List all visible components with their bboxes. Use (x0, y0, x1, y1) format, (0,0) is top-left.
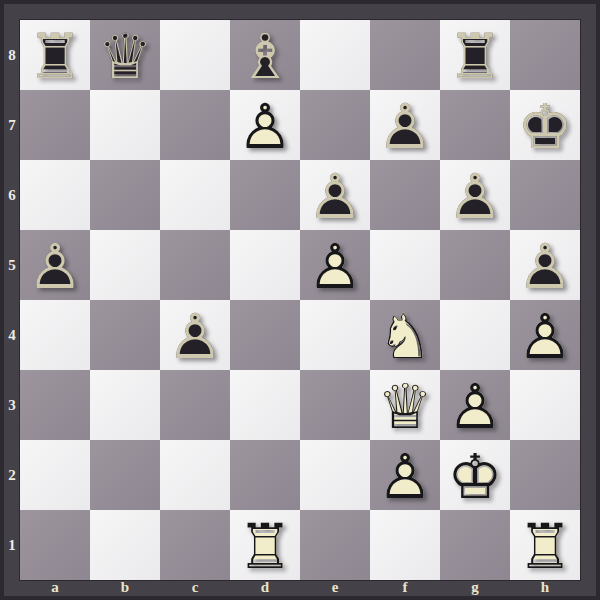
square-a5[interactable]: ♟♙ (20, 230, 90, 300)
square-d4[interactable] (230, 300, 300, 370)
square-d1[interactable]: ♜♖ (230, 510, 300, 580)
black-pawn-outline-glyph: ♙ (20, 230, 90, 300)
square-d3[interactable] (230, 370, 300, 440)
board-squares: ♜♖♛♕♝♗♜♖♟♙♟♙♚♔♟♙♟♙♟♙♟♙♟♙♟♙♞♘♟♙♛♕♟♙♟♙♚♔♜♖… (20, 20, 580, 580)
rank-label-2: 2 (4, 440, 20, 510)
piece-black-pawn-g6[interactable]: ♟♙ (440, 160, 510, 230)
file-label-d: d (230, 580, 300, 596)
square-g8[interactable]: ♜♖ (440, 20, 510, 90)
square-d6[interactable] (230, 160, 300, 230)
piece-white-pawn-h4[interactable]: ♟♙ (510, 300, 580, 370)
piece-black-pawn-h5[interactable]: ♟♙ (510, 230, 580, 300)
square-f4[interactable]: ♞♘ (370, 300, 440, 370)
white-pawn-outline-glyph: ♙ (510, 300, 580, 370)
square-e6[interactable]: ♟♙ (300, 160, 370, 230)
square-g4[interactable] (440, 300, 510, 370)
square-b3[interactable] (90, 370, 160, 440)
square-e3[interactable] (300, 370, 370, 440)
black-pawn-outline-glyph: ♙ (370, 90, 440, 160)
square-c3[interactable] (160, 370, 230, 440)
square-g5[interactable] (440, 230, 510, 300)
piece-white-queen-f3[interactable]: ♛♕ (370, 370, 440, 440)
square-e7[interactable] (300, 90, 370, 160)
white-queen-outline-glyph: ♕ (370, 370, 440, 440)
square-f5[interactable] (370, 230, 440, 300)
square-h6[interactable] (510, 160, 580, 230)
piece-black-king-h7[interactable]: ♚♔ (510, 90, 580, 160)
piece-black-rook-a8[interactable]: ♜♖ (20, 20, 90, 90)
piece-black-queen-b8[interactable]: ♛♕ (90, 20, 160, 90)
square-f3[interactable]: ♛♕ (370, 370, 440, 440)
square-d5[interactable] (230, 230, 300, 300)
square-e5[interactable]: ♟♙ (300, 230, 370, 300)
piece-black-pawn-f7[interactable]: ♟♙ (370, 90, 440, 160)
square-h5[interactable]: ♟♙ (510, 230, 580, 300)
piece-black-pawn-e6[interactable]: ♟♙ (300, 160, 370, 230)
white-rook-outline-glyph: ♖ (510, 510, 580, 580)
white-rook-outline-glyph: ♖ (230, 510, 300, 580)
black-pawn-outline-glyph: ♙ (300, 160, 370, 230)
square-a2[interactable] (20, 440, 90, 510)
file-label-g: g (440, 580, 510, 596)
square-d2[interactable] (230, 440, 300, 510)
black-pawn-outline-glyph: ♙ (160, 300, 230, 370)
white-pawn-outline-glyph: ♙ (300, 230, 370, 300)
square-g2[interactable]: ♚♔ (440, 440, 510, 510)
square-h8[interactable] (510, 20, 580, 90)
square-b7[interactable] (90, 90, 160, 160)
square-h2[interactable] (510, 440, 580, 510)
black-pawn-outline-glyph: ♙ (440, 160, 510, 230)
square-c4[interactable]: ♟♙ (160, 300, 230, 370)
square-h3[interactable] (510, 370, 580, 440)
square-a4[interactable] (20, 300, 90, 370)
file-label-a: a (20, 580, 90, 596)
piece-white-pawn-f2[interactable]: ♟♙ (370, 440, 440, 510)
square-a6[interactable] (20, 160, 90, 230)
square-h4[interactable]: ♟♙ (510, 300, 580, 370)
rank-label-3: 3 (4, 370, 20, 440)
white-pawn-outline-glyph: ♙ (440, 370, 510, 440)
square-g3[interactable]: ♟♙ (440, 370, 510, 440)
square-b4[interactable] (90, 300, 160, 370)
square-c8[interactable] (160, 20, 230, 90)
square-h7[interactable]: ♚♔ (510, 90, 580, 160)
square-b1[interactable] (90, 510, 160, 580)
rank-label-5: 5 (4, 230, 20, 300)
file-label-b: b (90, 580, 160, 596)
piece-black-pawn-c4[interactable]: ♟♙ (160, 300, 230, 370)
chess-board: 87654321 ♜♖♛♕♝♗♜♖♟♙♟♙♚♔♟♙♟♙♟♙♟♙♟♙♟♙♞♘♟♙♛… (0, 0, 600, 600)
file-label-h: h (510, 580, 580, 596)
square-e8[interactable] (300, 20, 370, 90)
square-b2[interactable] (90, 440, 160, 510)
square-d8[interactable]: ♝♗ (230, 20, 300, 90)
piece-white-pawn-e5[interactable]: ♟♙ (300, 230, 370, 300)
square-c7[interactable] (160, 90, 230, 160)
file-label-e: e (300, 580, 370, 596)
piece-white-rook-d1[interactable]: ♜♖ (230, 510, 300, 580)
black-pawn-outline-glyph: ♙ (510, 230, 580, 300)
square-b5[interactable] (90, 230, 160, 300)
file-labels: abcdefgh (20, 580, 580, 596)
rank-label-7: 7 (4, 90, 20, 160)
white-knight-outline-glyph: ♘ (370, 300, 440, 370)
square-f1[interactable] (370, 510, 440, 580)
black-bishop-outline-glyph: ♗ (230, 20, 300, 90)
white-king-outline-glyph: ♔ (440, 440, 510, 510)
piece-white-knight-f4[interactable]: ♞♘ (370, 300, 440, 370)
rank-label-1: 1 (4, 510, 20, 580)
rank-labels: 87654321 (4, 20, 20, 580)
piece-white-pawn-g3[interactable]: ♟♙ (440, 370, 510, 440)
black-rook-outline-glyph: ♖ (20, 20, 90, 90)
file-label-c: c (160, 580, 230, 596)
square-a7[interactable] (20, 90, 90, 160)
square-b6[interactable] (90, 160, 160, 230)
rank-label-6: 6 (4, 160, 20, 230)
piece-white-rook-h1[interactable]: ♜♖ (510, 510, 580, 580)
square-c1[interactable] (160, 510, 230, 580)
square-f6[interactable] (370, 160, 440, 230)
white-pawn-outline-glyph: ♙ (370, 440, 440, 510)
square-e2[interactable] (300, 440, 370, 510)
square-d7[interactable]: ♟♙ (230, 90, 300, 160)
square-f2[interactable]: ♟♙ (370, 440, 440, 510)
square-c6[interactable] (160, 160, 230, 230)
rank-label-8: 8 (4, 20, 20, 90)
piece-black-pawn-a5[interactable]: ♟♙ (20, 230, 90, 300)
piece-white-pawn-d7[interactable]: ♟♙ (230, 90, 300, 160)
square-e4[interactable] (300, 300, 370, 370)
square-a3[interactable] (20, 370, 90, 440)
black-queen-outline-glyph: ♕ (90, 20, 160, 90)
black-king-outline-glyph: ♔ (510, 90, 580, 160)
square-c5[interactable] (160, 230, 230, 300)
square-a8[interactable]: ♜♖ (20, 20, 90, 90)
piece-white-king-g2[interactable]: ♚♔ (440, 440, 510, 510)
square-f8[interactable] (370, 20, 440, 90)
square-a1[interactable] (20, 510, 90, 580)
white-pawn-outline-glyph: ♙ (230, 90, 300, 160)
square-g7[interactable] (440, 90, 510, 160)
square-e1[interactable] (300, 510, 370, 580)
square-c2[interactable] (160, 440, 230, 510)
square-b8[interactable]: ♛♕ (90, 20, 160, 90)
piece-black-rook-g8[interactable]: ♜♖ (440, 20, 510, 90)
square-g1[interactable] (440, 510, 510, 580)
square-h1[interactable]: ♜♖ (510, 510, 580, 580)
black-rook-outline-glyph: ♖ (440, 20, 510, 90)
rank-label-4: 4 (4, 300, 20, 370)
square-f7[interactable]: ♟♙ (370, 90, 440, 160)
square-g6[interactable]: ♟♙ (440, 160, 510, 230)
piece-black-bishop-d8[interactable]: ♝♗ (230, 20, 300, 90)
file-label-f: f (370, 580, 440, 596)
